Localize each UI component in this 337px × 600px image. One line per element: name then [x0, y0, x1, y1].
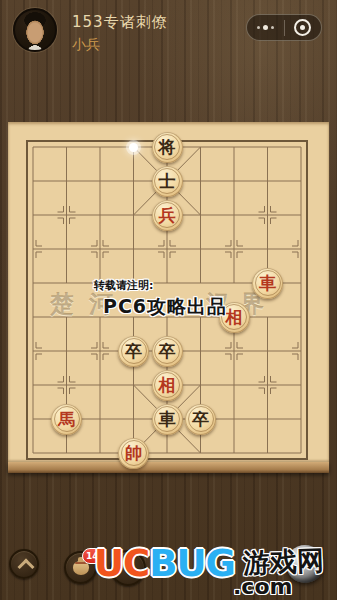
piece-red-soldier[interactable]: 兵	[152, 200, 183, 231]
chevron-up-icon	[18, 559, 35, 576]
piece-black-soldier[interactable]: 卒	[118, 336, 149, 367]
piece-label: 車	[159, 410, 176, 427]
piece-black-chariot[interactable]: 車	[152, 404, 183, 435]
more-button[interactable]	[247, 15, 284, 40]
piece-red-elephant[interactable]: 相	[152, 370, 183, 401]
piece-black-soldier[interactable]: 卒	[152, 336, 183, 367]
app-screen: 153专诸刺僚 小兵 楚河 汉界 将士兵車相卒卒相馬車卒帥 转载请注明: PC6…	[0, 0, 337, 600]
piece-black-advisor[interactable]: 士	[152, 166, 183, 197]
piece-black-general[interactable]: 将	[152, 132, 183, 163]
target-icon	[294, 19, 311, 36]
piece-label: 卒	[192, 410, 209, 427]
extra-button[interactable]	[110, 550, 146, 586]
wechat-capsule	[246, 14, 322, 41]
ball-button[interactable]	[286, 545, 324, 583]
board-grid[interactable]: 将士兵車相卒卒相馬車卒帥	[16, 130, 318, 470]
pouch-badge: 14	[82, 548, 103, 564]
piece-label: 車	[259, 274, 276, 291]
avatar[interactable]	[13, 8, 57, 52]
piece-label: 卒	[125, 342, 142, 359]
piece-red-chariot[interactable]: 車	[252, 268, 283, 299]
dot-icon	[257, 26, 260, 29]
piece-label: 兵	[159, 206, 176, 223]
dot-icon	[271, 26, 274, 29]
watermark-ucbug-com: .com	[233, 574, 292, 599]
header: 153专诸刺僚 小兵	[0, 0, 337, 62]
last-move-marker	[129, 143, 138, 152]
piece-label: 相	[226, 308, 243, 325]
piece-label: 相	[159, 376, 176, 393]
piece-label: 帥	[125, 444, 142, 461]
dot-icon	[263, 25, 268, 30]
page-title: 153专诸刺僚	[72, 13, 168, 32]
collapse-button[interactable]	[9, 549, 39, 579]
piece-red-horse[interactable]: 馬	[51, 404, 82, 435]
minimize-button[interactable]	[285, 15, 322, 40]
piece-label: 将	[159, 138, 176, 155]
piece-red-general[interactable]: 帥	[118, 438, 149, 469]
player-rank: 小兵	[72, 36, 100, 54]
piece-label: 卒	[159, 342, 176, 359]
piece-black-soldier[interactable]: 卒	[185, 404, 216, 435]
piece-red-elephant[interactable]: 相	[219, 302, 250, 333]
piece-label: 馬	[58, 410, 75, 427]
piece-label: 士	[159, 172, 176, 189]
